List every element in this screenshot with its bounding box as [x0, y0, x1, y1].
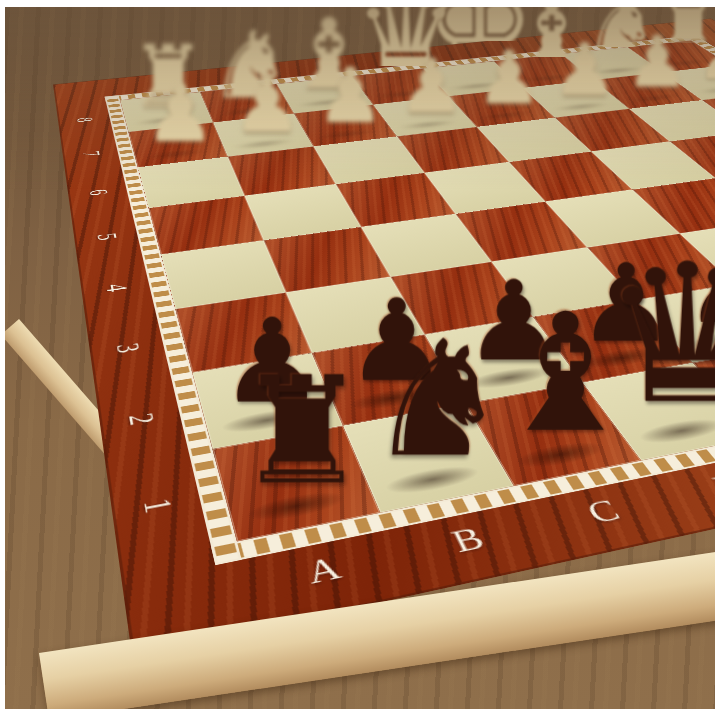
square-a6[interactable]	[138, 157, 244, 208]
square-d7[interactable]: ♟	[373, 96, 477, 136]
piece-light-pawn[interactable]: ♟	[625, 27, 689, 98]
piece-light-pawn[interactable]: ♟	[145, 75, 216, 154]
piece-dark-knight[interactable]: ♞	[366, 319, 510, 479]
photo-frame: ♜♞♝♛♚♝♞♜♟♟♟♟♟♟♟♟♟♟♟♟♟♟♟♟♜♞♝♛♚♝♞♜ ABCDEFG…	[0, 0, 720, 720]
chessboard: ♜♞♝♛♚♝♞♜♟♟♟♟♟♟♟♟♟♟♟♟♟♟♟♟♜♞♝♛♚♝♞♜ ABCDEFG…	[53, 18, 715, 657]
piece-light-pawn[interactable]: ♟	[696, 20, 715, 90]
piece-light-pawn[interactable]: ♟	[398, 49, 465, 124]
piece-light-pawn[interactable]: ♟	[476, 42, 542, 116]
photo-scene: ♜♞♝♛♚♝♞♜♟♟♟♟♟♟♟♟♟♟♟♟♟♟♟♟♜♞♝♛♚♝♞♜ ABCDEFG…	[5, 7, 715, 709]
square-d5[interactable]	[424, 162, 545, 214]
piece-dark-bishop[interactable]: ♝	[492, 291, 639, 455]
piece-dark-rook[interactable]: ♜	[236, 358, 369, 506]
piece-light-pawn[interactable]: ♟	[552, 34, 617, 107]
piece-light-pawn[interactable]: ♟	[232, 66, 302, 144]
piece-light-pawn[interactable]: ♟	[316, 58, 385, 134]
